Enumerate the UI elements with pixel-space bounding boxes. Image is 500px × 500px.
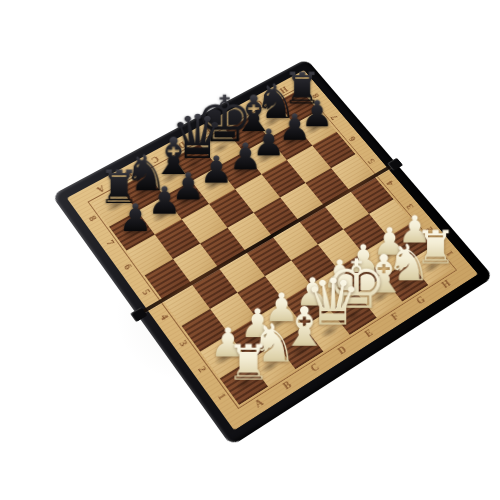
white-rook-glyph: ♜ — [163, 338, 334, 387]
scene: AABBCCDDEEFFGGHH1122334455667788 ♜♞♝♛♚♝♞… — [0, 0, 500, 500]
black-pawn-glyph: ♟ — [54, 199, 216, 237]
